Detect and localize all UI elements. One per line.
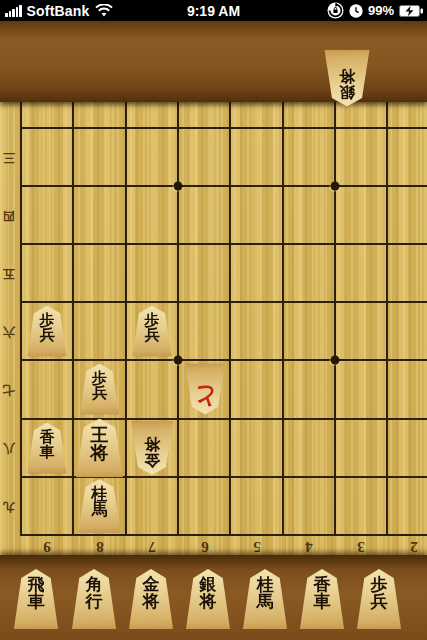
grid-line-vertical [386,102,388,536]
iphone-screen: SoftBank 9:19 AM 99% [0,0,427,640]
file-label: 6 [201,538,209,555]
piece-kanji: 王 [91,427,109,445]
rotation-lock-icon [327,2,344,19]
piece-kanji: 行 [86,594,103,611]
battery-percent: 99% [368,3,394,18]
shogi-piece-と[interactable]: と [184,364,225,415]
clock-icon [349,4,363,18]
grid-line-horizontal [21,185,427,187]
piece-kanji: 車 [314,594,331,611]
hoshi-star-point [331,182,340,191]
piece-kanji: 歩 [145,313,160,328]
grid-line-horizontal [21,418,427,420]
shogi-piece-角行[interactable]: 角行 [71,569,117,629]
piece-kanji: 兵 [145,327,160,342]
piece-kanji: 歩 [40,313,55,328]
shogi-piece-歩兵[interactable]: 歩兵 [356,569,402,629]
piece-kanji: 将 [339,68,355,84]
shogi-piece-銀将[interactable]: 銀将 [324,50,371,107]
piece-tray: 飛車角行金将銀将桂馬香車歩兵 [0,555,427,640]
piece-kanji: 兵 [40,327,55,342]
file-label: 4 [305,538,313,555]
file-label: 7 [148,538,156,555]
grid-line-horizontal [21,359,427,361]
shogi-piece-歩兵[interactable]: 歩兵 [132,306,173,357]
rank-label: 四 [3,207,15,224]
shogi-board: 三四五六七八九98765432 歩兵歩兵歩兵と香車王将金将桂馬 [0,102,427,555]
file-label: 2 [410,538,418,555]
shogi-piece-歩兵[interactable]: 歩兵 [27,306,68,357]
piece-kanji: 将 [91,444,109,462]
grid-line-vertical [72,102,74,536]
status-bar: SoftBank 9:19 AM 99% [0,0,427,21]
piece-kanji: 将 [144,437,160,453]
shogi-piece-王将[interactable]: 王将 [75,419,124,478]
shogi-piece-香車[interactable]: 香車 [299,569,345,629]
piece-kanji: 兵 [92,385,107,400]
shogi-piece-銀将[interactable]: 銀将 [185,569,231,629]
rank-label: 六 [3,323,15,340]
piece-kanji: 銀 [339,84,355,100]
rank-label: 八 [3,440,15,457]
file-label: 5 [253,538,261,555]
piece-kanji: と [192,384,217,408]
shogi-piece-歩兵[interactable]: 歩兵 [79,364,120,415]
gote-hand-tray: 銀将 [0,21,427,102]
grid-line-vertical [177,102,179,536]
piece-kanji: 車 [40,444,55,459]
piece-kanji: 将 [200,594,217,611]
shogi-piece-飛車[interactable]: 飛車 [13,569,59,629]
shogi-piece-桂馬[interactable]: 桂馬 [78,479,122,533]
grid-line-horizontal [21,301,427,303]
piece-kanji: 馬 [92,502,108,518]
file-label: 8 [96,538,104,555]
rank-label: 三 [3,149,15,166]
piece-kanji: 馬 [257,594,274,611]
file-label: 9 [43,538,51,555]
hoshi-star-point [174,356,183,365]
grid-line-vertical [20,102,22,536]
status-right-group: 99% [327,0,423,21]
grid-line-vertical [125,102,127,536]
shogi-piece-香車[interactable]: 香車 [27,423,68,474]
hoshi-star-point [174,182,183,191]
piece-kanji: 歩 [92,371,107,386]
piece-kanji: 車 [28,594,45,611]
rank-label: 九 [3,498,15,515]
grid-line-vertical [282,102,284,536]
grid-line-vertical [229,102,231,536]
grid-line-vertical [334,102,336,536]
file-label: 3 [357,538,365,555]
shogi-piece-金将[interactable]: 金将 [128,569,174,629]
shogi-piece-桂馬[interactable]: 桂馬 [242,569,288,629]
piece-kanji: 兵 [371,594,388,611]
grid-line-horizontal [21,534,427,536]
rank-label: 五 [3,265,15,282]
piece-kanji: 金 [144,452,160,468]
piece-kanji: 香 [40,430,55,445]
grid-line-horizontal [21,127,427,129]
rank-label: 七 [3,381,15,398]
hoshi-star-point [331,356,340,365]
grid-line-horizontal [21,243,427,245]
piece-kanji: 桂 [92,486,108,502]
battery-charging-icon [399,5,423,17]
shogi-piece-金将[interactable]: 金将 [130,421,174,475]
piece-kanji: 将 [143,594,160,611]
